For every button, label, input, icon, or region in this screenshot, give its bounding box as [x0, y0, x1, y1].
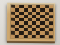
board-square — [49, 35, 53, 38]
checkers-board-grid — [11, 5, 53, 38]
photo-background — [0, 0, 60, 45]
checkers-board-frame — [7, 3, 55, 41]
